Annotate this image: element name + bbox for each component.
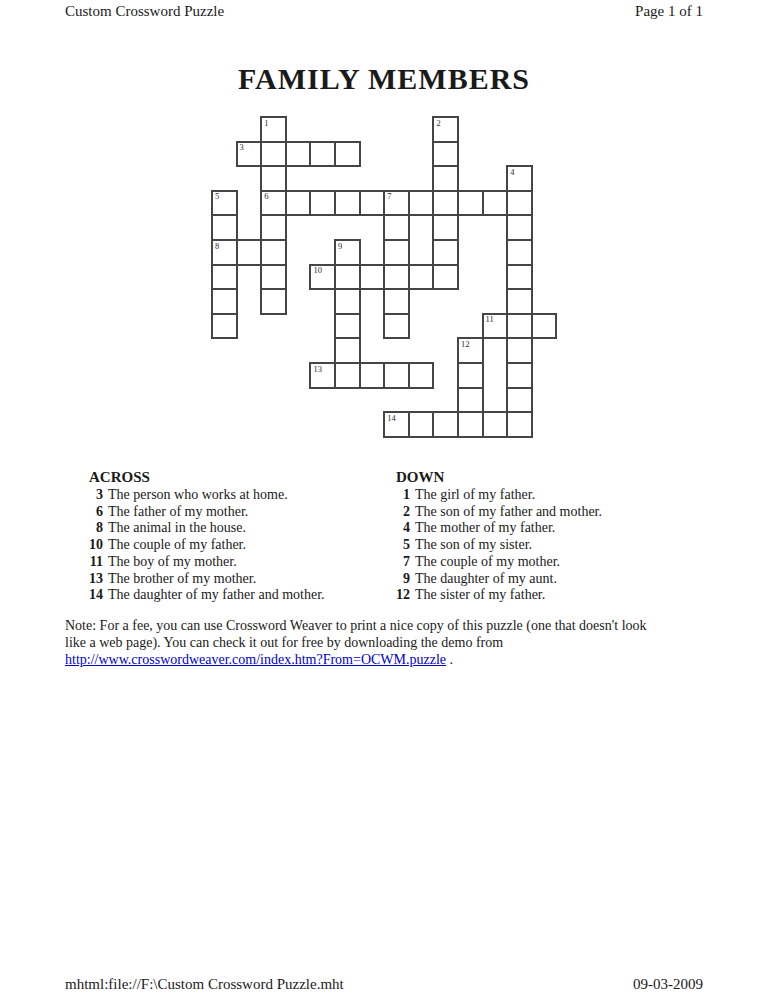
grid-cell-r7c7 [383, 288, 410, 315]
grid-cell-r11c12 [506, 387, 533, 414]
clue-number-8: 8 [215, 242, 219, 251]
note-line-3: http://www.crosswordweaver.com/index.htm… [65, 651, 745, 668]
grid-cell-r1c4 [309, 141, 336, 168]
down-clue-text-2: The son of my father and mother. [415, 504, 602, 521]
grid-cell-r4c7 [383, 214, 410, 241]
grid-cell-r3c0: 5 [211, 190, 238, 217]
grid-cell-r7c12 [506, 288, 533, 315]
grid-cell-r3c4 [309, 190, 336, 217]
across-clue-text-3: The person who works at home. [108, 487, 288, 504]
down-clue-text-1: The girl of my father. [415, 487, 535, 504]
grid-cell-r7c0 [211, 288, 238, 315]
grid-cell-r6c6 [359, 264, 386, 291]
grid-cell-r8c0 [211, 313, 238, 340]
clue-number-13: 13 [313, 365, 322, 374]
grid-cell-r4c12 [506, 214, 533, 241]
grid-cell-r1c9 [432, 141, 459, 168]
footer-file-path: mhtml:file://F:\Custom Crossword Puzzle.… [65, 975, 344, 993]
across-clue-num-10: 10 [84, 537, 103, 554]
grid-cell-r5c12 [506, 239, 533, 266]
grid-cell-r1c2 [260, 141, 287, 168]
note-line-1: Note: For a fee, you can use Crossword W… [65, 617, 745, 634]
across-clue-num-13: 13 [84, 571, 103, 588]
grid-cell-r6c7 [383, 264, 410, 291]
grid-cell-r12c7: 14 [383, 411, 410, 438]
down-clue-num-9: 9 [391, 571, 410, 588]
grid-cell-r12c12 [506, 411, 533, 438]
grid-cell-r4c9 [432, 214, 459, 241]
down-clues-section: DOWN 1The girl of my father.2The son of … [391, 467, 706, 604]
grid-cell-r6c5 [334, 264, 361, 291]
clue-number-2: 2 [436, 119, 440, 128]
across-clue-14: 14The daughter of my father and mother. [84, 587, 384, 604]
clue-number-11: 11 [486, 315, 494, 324]
grid-cell-r3c7: 7 [383, 190, 410, 217]
clue-number-7: 7 [387, 192, 391, 201]
grid-cell-r6c8 [408, 264, 435, 291]
grid-cell-r5c1 [236, 239, 263, 266]
across-clue-num-14: 14 [84, 587, 103, 604]
grid-cell-r3c10 [457, 190, 484, 217]
crossword-weaver-link[interactable]: http://www.crosswordweaver.com/index.htm… [65, 652, 446, 667]
clue-number-10: 10 [313, 266, 322, 275]
grid-cell-r0c2: 1 [260, 116, 287, 143]
grid-cell-r1c1: 3 [236, 141, 263, 168]
down-clue-7: 7The couple of my mother. [391, 554, 706, 571]
down-clue-text-9: The daughter of my aunt. [415, 571, 557, 588]
grid-cell-r10c5 [334, 362, 361, 389]
grid-cell-r3c8 [408, 190, 435, 217]
note-paragraph: Note: For a fee, you can use Crossword W… [65, 617, 745, 669]
grid-cell-r8c7 [383, 313, 410, 340]
grid-cell-r11c10 [457, 387, 484, 414]
down-clue-text-4: The mother of my father. [415, 520, 555, 537]
grid-cell-r1c5 [334, 141, 361, 168]
grid-cell-r6c2 [260, 264, 287, 291]
grid-cell-r12c9 [432, 411, 459, 438]
footer-date: 09-03-2009 [633, 975, 703, 993]
grid-cell-r5c0: 8 [211, 239, 238, 266]
grid-cell-r12c8 [408, 411, 435, 438]
down-clue-num-12: 12 [391, 587, 410, 604]
grid-cell-r8c13 [531, 313, 558, 340]
grid-cell-r9c12 [506, 337, 533, 364]
grid-cell-r8c12 [506, 313, 533, 340]
grid-cell-r12c11 [482, 411, 509, 438]
grid-cell-r5c2 [260, 239, 287, 266]
crossword-grid: 1234567891011121314 [211, 116, 559, 439]
grid-cell-r4c2 [260, 214, 287, 241]
across-clue-text-8: The animal in the house. [108, 520, 246, 537]
down-clue-1: 1The girl of my father. [391, 487, 706, 504]
grid-cell-r10c4: 13 [309, 362, 336, 389]
header-page-count: Page 1 of 1 [635, 2, 703, 20]
grid-cell-r6c9 [432, 264, 459, 291]
across-clue-num-6: 6 [84, 504, 103, 521]
grid-cell-r3c12 [506, 190, 533, 217]
grid-cell-r3c9 [432, 190, 459, 217]
down-clue-num-7: 7 [391, 554, 410, 571]
grid-cell-r8c11: 11 [482, 313, 509, 340]
down-clue-num-4: 4 [391, 520, 410, 537]
across-clue-8: 8The animal in the house. [84, 520, 384, 537]
clue-number-3: 3 [240, 143, 244, 152]
across-clue-num-11: 11 [84, 554, 103, 571]
clue-number-9: 9 [338, 242, 342, 251]
grid-cell-r3c3 [285, 190, 312, 217]
across-clue-num-3: 3 [84, 487, 103, 504]
down-clue-num-5: 5 [391, 537, 410, 554]
grid-cell-r10c12 [506, 362, 533, 389]
across-clue-text-13: The brother of my mother. [108, 571, 256, 588]
across-clue-10: 10The couple of my father. [84, 537, 384, 554]
across-clues-section: ACROSS 3The person who works at home.6Th… [84, 467, 384, 604]
grid-cell-r9c5 [334, 337, 361, 364]
down-clue-text-7: The couple of my mother. [415, 554, 560, 571]
grid-cell-r3c6 [359, 190, 386, 217]
down-clue-list: 1The girl of my father.2The son of my fa… [391, 487, 706, 604]
puzzle-title: FAMILY MEMBERS [0, 62, 768, 96]
across-clue-text-14: The daughter of my father and mother. [108, 587, 325, 604]
grid-cell-r4c0 [211, 214, 238, 241]
clue-number-4: 4 [510, 168, 514, 177]
grid-cell-r8c5 [334, 313, 361, 340]
grid-cell-r3c11 [482, 190, 509, 217]
down-clue-4: 4The mother of my father. [391, 520, 706, 537]
grid-cell-r5c7 [383, 239, 410, 266]
grid-cell-r12c10 [457, 411, 484, 438]
down-clue-9: 9The daughter of my aunt. [391, 571, 706, 588]
printed-page: Custom Crossword Puzzle Page 1 of 1 FAMI… [0, 0, 768, 994]
grid-cell-r9c10: 12 [457, 337, 484, 364]
grid-cell-r7c5 [334, 288, 361, 315]
grid-cell-r10c7 [383, 362, 410, 389]
across-clue-text-6: The father of my mother. [108, 504, 248, 521]
down-clue-5: 5The son of my sister. [391, 537, 706, 554]
grid-cell-r1c3 [285, 141, 312, 168]
grid-cell-r6c12 [506, 264, 533, 291]
across-clue-text-10: The couple of my father. [108, 537, 246, 554]
grid-cell-r0c9: 2 [432, 116, 459, 143]
across-clue-6: 6The father of my mother. [84, 504, 384, 521]
across-clue-3: 3The person who works at home. [84, 487, 384, 504]
across-clue-list: 3The person who works at home.6The fathe… [84, 487, 384, 604]
grid-cell-r5c9 [432, 239, 459, 266]
across-clue-11: 11The boy of my mother. [84, 554, 384, 571]
grid-cell-r5c5: 9 [334, 239, 361, 266]
note-line-2: like a web page). You can check it out f… [65, 634, 745, 651]
grid-cell-r10c10 [457, 362, 484, 389]
header-title: Custom Crossword Puzzle [65, 2, 224, 20]
clue-number-12: 12 [461, 340, 470, 349]
clue-number-5: 5 [215, 192, 219, 201]
grid-cell-r10c8 [408, 362, 435, 389]
down-clue-2: 2The son of my father and mother. [391, 504, 706, 521]
across-clue-num-8: 8 [84, 520, 103, 537]
grid-cell-r6c0 [211, 264, 238, 291]
grid-cell-r6c4: 10 [309, 264, 336, 291]
clue-number-1: 1 [264, 119, 268, 128]
grid-cell-r7c2 [260, 288, 287, 315]
grid-cell-r2c2 [260, 165, 287, 192]
down-heading: DOWN [391, 467, 706, 487]
across-clue-text-11: The boy of my mother. [108, 554, 237, 571]
clue-number-14: 14 [387, 414, 396, 423]
grid-cell-r3c5 [334, 190, 361, 217]
grid-cell-r10c6 [359, 362, 386, 389]
down-clue-num-2: 2 [391, 504, 410, 521]
clue-number-6: 6 [264, 192, 268, 201]
grid-cell-r3c2: 6 [260, 190, 287, 217]
down-clue-text-5: The son of my sister. [415, 537, 532, 554]
down-clue-text-12: The sister of my father. [415, 587, 545, 604]
down-clue-12: 12The sister of my father. [391, 587, 706, 604]
link-suffix: . [446, 652, 453, 667]
across-clue-13: 13The brother of my mother. [84, 571, 384, 588]
grid-cell-r2c9 [432, 165, 459, 192]
grid-cell-r2c12: 4 [506, 165, 533, 192]
down-clue-num-1: 1 [391, 487, 410, 504]
across-heading: ACROSS [84, 467, 384, 487]
